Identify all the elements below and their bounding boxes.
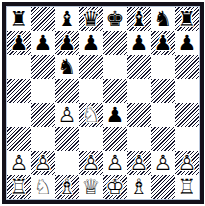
- square-h8[interactable]: ♜♜: [175, 7, 199, 31]
- piece-white-bishop: ♝♗: [127, 175, 151, 199]
- square-d7[interactable]: ♟♟: [79, 31, 103, 55]
- piece-white-knight: ♞♘: [79, 103, 103, 127]
- square-c2[interactable]: [55, 151, 79, 175]
- chessboard-diagram: { "game": "chess", "position": { "fen": …: [0, 0, 205, 206]
- square-h1[interactable]: ♜♖: [175, 175, 199, 199]
- piece-white-pawn: ♟♙: [79, 151, 103, 175]
- square-b5[interactable]: [31, 79, 55, 103]
- square-a4[interactable]: [7, 103, 31, 127]
- square-g7[interactable]: ♟♟: [151, 31, 175, 55]
- piece-white-pawn: ♟♙: [127, 151, 151, 175]
- square-e2[interactable]: ♟♙: [103, 151, 127, 175]
- square-h6[interactable]: [175, 55, 199, 79]
- square-e1[interactable]: ♚♔: [103, 175, 127, 199]
- square-c8[interactable]: ♝♝: [55, 7, 79, 31]
- square-b8[interactable]: [31, 7, 55, 31]
- square-h4[interactable]: [175, 103, 199, 127]
- square-e6[interactable]: [103, 55, 127, 79]
- square-b2[interactable]: ♟♙: [31, 151, 55, 175]
- square-a5[interactable]: [7, 79, 31, 103]
- piece-white-queen: ♛♕: [79, 175, 103, 199]
- square-a1[interactable]: ♜♖: [7, 175, 31, 199]
- square-f8[interactable]: ♝♝: [127, 7, 151, 31]
- piece-black-queen: ♛♛: [79, 7, 103, 31]
- square-c7[interactable]: ♟♟: [55, 31, 79, 55]
- square-e7[interactable]: [103, 31, 127, 55]
- square-d1[interactable]: ♛♕: [79, 175, 103, 199]
- square-c4[interactable]: ♟♙: [55, 103, 79, 127]
- piece-white-pawn: ♟♙: [175, 151, 199, 175]
- square-f3[interactable]: [127, 127, 151, 151]
- square-d4[interactable]: ♞♘: [79, 103, 103, 127]
- square-f5[interactable]: [127, 79, 151, 103]
- board-frame: ♜♜♝♝♛♛♚♚♝♝♞♞♜♜♟♟♟♟♟♟♟♟♟♟♟♟♟♟♞♞♟♙♞♘♟♟♟♙♟♙…: [2, 2, 204, 204]
- piece-black-rook: ♜♜: [7, 7, 31, 31]
- square-a6[interactable]: [7, 55, 31, 79]
- square-f1[interactable]: ♝♗: [127, 175, 151, 199]
- square-e4[interactable]: ♟♟: [103, 103, 127, 127]
- piece-white-rook: ♜♖: [175, 175, 199, 199]
- piece-black-pawn: ♟♟: [79, 31, 103, 55]
- square-d8[interactable]: ♛♛: [79, 7, 103, 31]
- square-c3[interactable]: [55, 127, 79, 151]
- square-f7[interactable]: ♟♟: [127, 31, 151, 55]
- square-a8[interactable]: ♜♜: [7, 7, 31, 31]
- piece-white-bishop: ♝♗: [55, 175, 79, 199]
- piece-black-rook: ♜♜: [175, 7, 199, 31]
- piece-black-king: ♚♚: [103, 7, 127, 31]
- piece-black-pawn: ♟♟: [127, 31, 151, 55]
- square-c1[interactable]: ♝♗: [55, 175, 79, 199]
- square-g2[interactable]: ♟♙: [151, 151, 175, 175]
- piece-white-pawn: ♟♙: [151, 151, 175, 175]
- piece-black-pawn: ♟♟: [7, 31, 31, 55]
- piece-white-king: ♚♔: [103, 175, 127, 199]
- piece-white-rook: ♜♖: [7, 175, 31, 199]
- piece-white-pawn: ♟♙: [55, 103, 79, 127]
- square-b7[interactable]: ♟♟: [31, 31, 55, 55]
- piece-black-pawn: ♟♟: [175, 31, 199, 55]
- piece-black-pawn: ♟♟: [31, 31, 55, 55]
- square-a3[interactable]: [7, 127, 31, 151]
- square-a2[interactable]: ♟♙: [7, 151, 31, 175]
- square-h2[interactable]: ♟♙: [175, 151, 199, 175]
- square-b6[interactable]: [31, 55, 55, 79]
- piece-white-knight: ♞♘: [31, 175, 55, 199]
- piece-black-pawn: ♟♟: [55, 31, 79, 55]
- piece-black-pawn: ♟♟: [103, 103, 127, 127]
- square-c6[interactable]: ♞♞: [55, 55, 79, 79]
- square-h3[interactable]: [175, 127, 199, 151]
- square-d2[interactable]: ♟♙: [79, 151, 103, 175]
- square-g5[interactable]: [151, 79, 175, 103]
- piece-white-pawn: ♟♙: [103, 151, 127, 175]
- piece-black-knight: ♞♞: [151, 7, 175, 31]
- square-e3[interactable]: [103, 127, 127, 151]
- square-d6[interactable]: [79, 55, 103, 79]
- square-b3[interactable]: [31, 127, 55, 151]
- square-e5[interactable]: [103, 79, 127, 103]
- square-c5[interactable]: [55, 79, 79, 103]
- piece-black-bishop: ♝♝: [127, 7, 151, 31]
- piece-white-pawn: ♟♙: [31, 151, 55, 175]
- square-f4[interactable]: [127, 103, 151, 127]
- piece-black-bishop: ♝♝: [55, 7, 79, 31]
- square-d3[interactable]: [79, 127, 103, 151]
- piece-black-knight: ♞♞: [55, 55, 79, 79]
- square-h5[interactable]: [175, 79, 199, 103]
- square-b4[interactable]: [31, 103, 55, 127]
- square-f6[interactable]: [127, 55, 151, 79]
- square-e8[interactable]: ♚♚: [103, 7, 127, 31]
- square-f2[interactable]: ♟♙: [127, 151, 151, 175]
- piece-black-pawn: ♟♟: [151, 31, 175, 55]
- square-d5[interactable]: [79, 79, 103, 103]
- square-g6[interactable]: [151, 55, 175, 79]
- chess-board: ♜♜♝♝♛♛♚♚♝♝♞♞♜♜♟♟♟♟♟♟♟♟♟♟♟♟♟♟♞♞♟♙♞♘♟♟♟♙♟♙…: [7, 7, 199, 199]
- square-g8[interactable]: ♞♞: [151, 7, 175, 31]
- square-b1[interactable]: ♞♘: [31, 175, 55, 199]
- square-g1[interactable]: [151, 175, 175, 199]
- piece-white-pawn: ♟♙: [7, 151, 31, 175]
- square-h7[interactable]: ♟♟: [175, 31, 199, 55]
- square-g3[interactable]: [151, 127, 175, 151]
- square-g4[interactable]: [151, 103, 175, 127]
- square-a7[interactable]: ♟♟: [7, 31, 31, 55]
